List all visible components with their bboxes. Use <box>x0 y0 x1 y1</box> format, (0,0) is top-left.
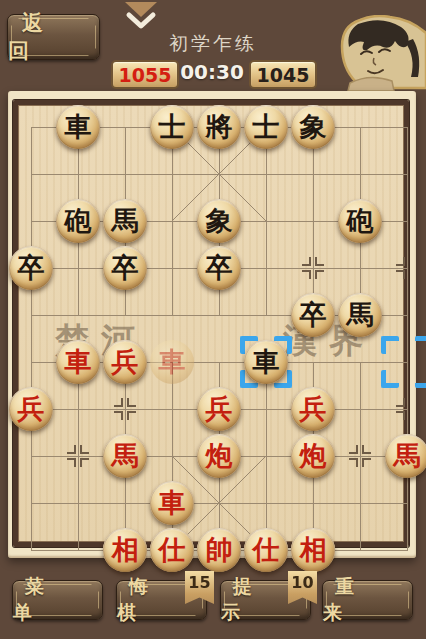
grid-line-vertical <box>313 127 314 316</box>
point-marker <box>67 445 89 467</box>
piece-black-general[interactable]: 將 <box>197 105 241 149</box>
piece-red-horse[interactable]: 馬 <box>103 434 147 478</box>
piece-black-elephant[interactable]: 象 <box>197 199 241 243</box>
restart-button[interactable]: 重 来 <box>322 580 413 620</box>
piece-black-horse[interactable]: 馬 <box>103 199 147 243</box>
piece-black-soldier[interactable]: 卒 <box>291 293 335 337</box>
piece-black-advisor[interactable]: 士 <box>150 105 194 149</box>
move-timer: 00:30 <box>176 60 248 87</box>
piece-black-advisor[interactable]: 士 <box>244 105 288 149</box>
piece-red-soldier[interactable]: 兵 <box>103 340 147 384</box>
xiangqi-board[interactable]: 楚河 漢界 車士將士象砲馬象砲卒卒卒卒馬車車兵兵兵兵馬炮炮馬車相仕帥仕相車 <box>31 127 408 551</box>
ghost-piece-red-rook: 車 <box>150 340 194 384</box>
piece-black-soldier[interactable]: 卒 <box>197 246 241 290</box>
piece-black-rook[interactable]: 車 <box>244 340 288 384</box>
piece-red-soldier[interactable]: 兵 <box>197 387 241 431</box>
pull-down-handle[interactable] <box>124 2 158 32</box>
opponent-avatar <box>330 15 426 91</box>
menu-button[interactable]: 菜 单 <box>12 580 103 620</box>
piece-black-cannon[interactable]: 砲 <box>56 199 100 243</box>
piece-red-soldier[interactable]: 兵 <box>9 387 53 431</box>
board-frame: 楚河 漢界 車士將士象砲馬象砲卒卒卒卒馬車車兵兵兵兵馬炮炮馬車相仕帥仕相車 <box>13 100 409 547</box>
point-marker <box>396 257 418 279</box>
piece-black-elephant[interactable]: 象 <box>291 105 335 149</box>
point-marker <box>396 398 418 420</box>
piece-black-soldier[interactable]: 卒 <box>103 246 147 290</box>
xiangqi-app: { "game": "xiangqi", "position": { "fen"… <box>0 0 426 639</box>
piece-red-soldier[interactable]: 兵 <box>291 387 335 431</box>
grid-line-vertical <box>266 127 267 316</box>
piece-red-elephant[interactable]: 相 <box>103 528 147 572</box>
piece-red-rook[interactable]: 車 <box>150 481 194 525</box>
piece-red-general[interactable]: 帥 <box>197 528 241 572</box>
point-marker <box>114 398 136 420</box>
point-marker <box>302 257 324 279</box>
grid-line-vertical <box>172 127 173 316</box>
piece-red-elephant[interactable]: 相 <box>291 528 335 572</box>
black-score-badge: 1045 <box>249 60 317 89</box>
piece-black-cannon[interactable]: 砲 <box>338 199 382 243</box>
piece-red-rook[interactable]: 車 <box>56 340 100 384</box>
point-marker <box>349 445 371 467</box>
piece-red-advisor[interactable]: 仕 <box>150 528 194 572</box>
red-score-badge: 1055 <box>111 60 179 89</box>
piece-black-soldier[interactable]: 卒 <box>9 246 53 290</box>
board-panel: 楚河 漢界 車士將士象砲馬象砲卒卒卒卒馬車車兵兵兵兵馬炮炮馬車相仕帥仕相車 <box>8 91 416 558</box>
grid-line-vertical <box>266 362 267 551</box>
grid-line-vertical <box>31 127 32 551</box>
piece-red-cannon[interactable]: 炮 <box>291 434 335 478</box>
piece-red-cannon[interactable]: 炮 <box>197 434 241 478</box>
piece-red-advisor[interactable]: 仕 <box>244 528 288 572</box>
move-marker <box>381 336 426 388</box>
piece-black-horse[interactable]: 馬 <box>338 293 382 337</box>
piece-red-horse[interactable]: 馬 <box>385 434 426 478</box>
piece-black-rook[interactable]: 車 <box>56 105 100 149</box>
